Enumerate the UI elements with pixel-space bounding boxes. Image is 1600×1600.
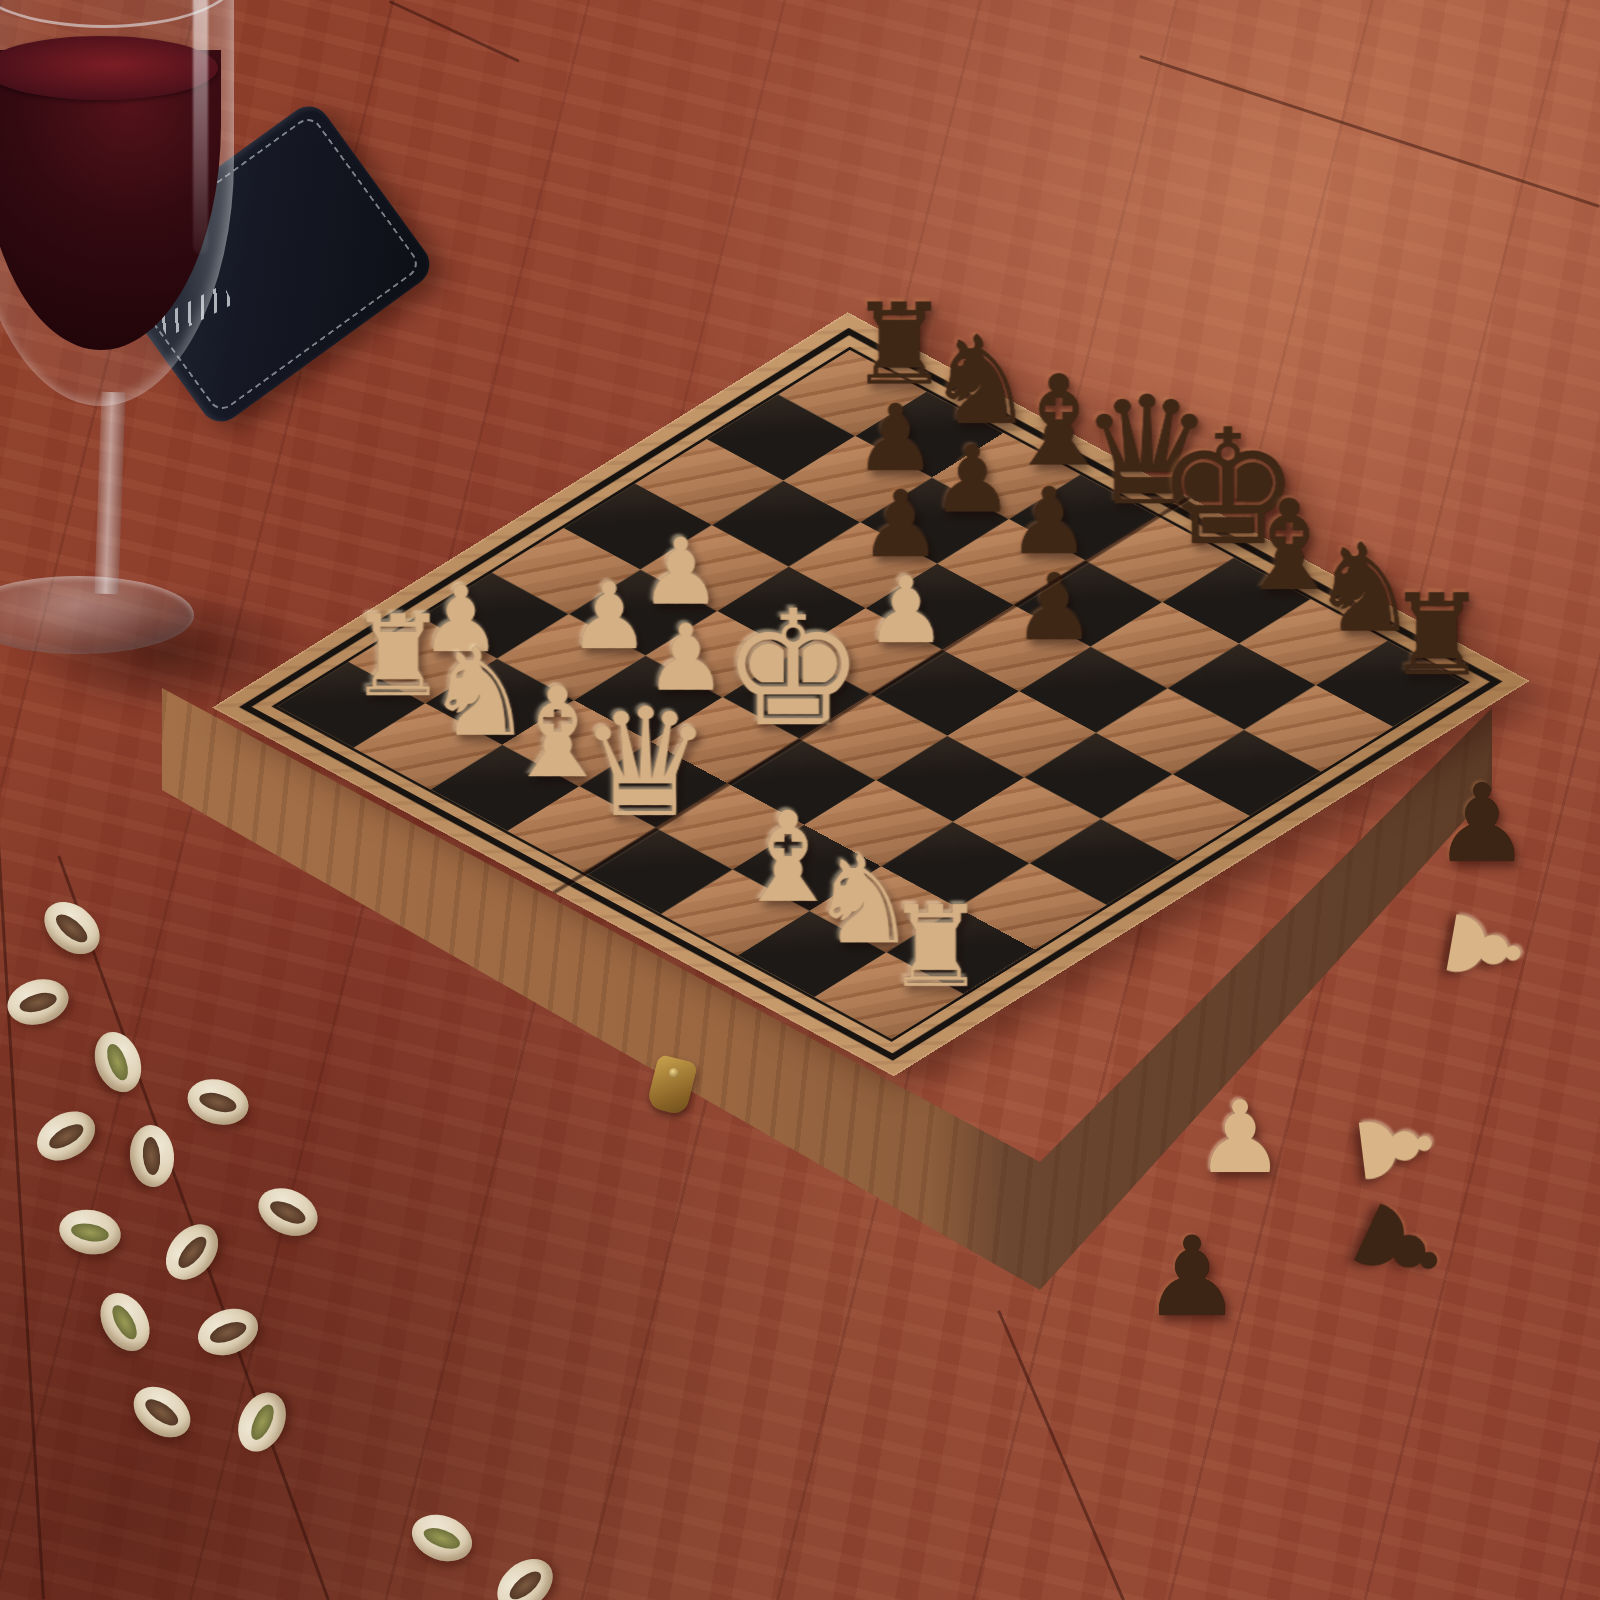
offboard-white-pawn-lying[interactable]: ♟: [1342, 1098, 1448, 1195]
offboard-white-pawn-standing[interactable]: ♟: [1195, 1088, 1285, 1188]
offboard-white-pawn-lying[interactable]: ♟: [1429, 897, 1538, 998]
scene-photo: ♜♞♝♛♚♝♞♜♟♟♟♟♟♟♟♟♟♚♟♜♞♝♛♝♞♜ ♟♟♟♟♟♟: [0, 0, 1600, 1600]
offboard-black-pawn-standing[interactable]: ♟: [1143, 1222, 1242, 1332]
glass-highlight: [193, 0, 208, 254]
offboard-black-pawn-standing[interactable]: ♟: [1434, 770, 1531, 878]
